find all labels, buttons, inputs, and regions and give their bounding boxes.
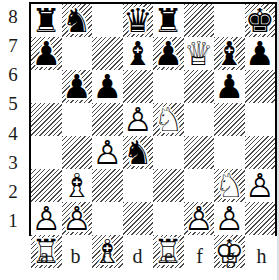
black-rook-icon: ♜	[31, 4, 61, 37]
black-queen-icon: ♛	[123, 4, 153, 37]
white-pawn-icon: ♙	[62, 202, 92, 235]
rank-label-8: 8	[0, 2, 26, 31]
square-b2[interactable]: ♟♙	[62, 202, 93, 235]
square-f2[interactable]: ♟♙	[184, 202, 215, 235]
white-pawn-icon: ♙	[31, 202, 61, 235]
square-b3[interactable]: ♝♗	[62, 169, 93, 202]
black-pawn-icon: ♟	[62, 70, 92, 103]
white-pawn-piece[interactable]: ♟♙	[245, 169, 276, 202]
square-e3[interactable]	[153, 169, 184, 202]
square-c5[interactable]	[92, 103, 123, 136]
black-pawn-piece[interactable]: ♟♟	[214, 70, 245, 103]
square-d7[interactable]: ♝♝	[123, 37, 154, 70]
white-pawn-icon: ♙	[184, 202, 214, 235]
square-b8[interactable]: ♞♞	[62, 4, 93, 37]
square-e7[interactable]: ♟♟	[153, 37, 184, 70]
file-label-e: e	[153, 236, 184, 276]
square-e4[interactable]	[153, 136, 184, 169]
chess-board: ♜♜♞♞♛♛♜♜♚♚♟♟♝♝♟♟♛♕♝♝♟♟♟♟♟♟♟♟♟♙♞♘♟♙♞♞♝♗♞♘…	[29, 2, 277, 236]
rank-label-1: 1	[0, 207, 26, 236]
file-labels: abcdefgh	[29, 236, 277, 276]
square-a4[interactable]	[31, 136, 62, 169]
file-label-d: d	[122, 236, 153, 276]
white-bishop-piece[interactable]: ♝♗	[62, 169, 93, 202]
square-c6[interactable]: ♟♟	[92, 70, 123, 103]
square-e6[interactable]	[153, 70, 184, 103]
black-knight-piece[interactable]: ♞♞	[123, 136, 154, 169]
black-pawn-icon: ♟	[245, 37, 275, 70]
black-pawn-icon: ♟	[153, 37, 183, 70]
white-bishop-icon: ♗	[62, 169, 92, 202]
rank-label-2: 2	[0, 178, 26, 207]
black-pawn-piece[interactable]: ♟♟	[62, 70, 93, 103]
square-h8[interactable]: ♚♚	[245, 4, 276, 37]
black-knight-piece[interactable]: ♞♞	[62, 4, 93, 37]
rank-label-5: 5	[0, 90, 26, 119]
square-b5[interactable]	[62, 103, 93, 136]
black-pawn-icon: ♟	[92, 70, 122, 103]
square-g5[interactable]	[214, 103, 245, 136]
black-bishop-piece[interactable]: ♝♝	[214, 37, 245, 70]
square-a8[interactable]: ♜♜	[31, 4, 62, 37]
white-knight-icon: ♘	[153, 103, 183, 136]
black-knight-icon: ♞	[62, 4, 92, 37]
white-knight-piece[interactable]: ♞♘	[153, 103, 184, 136]
square-b7[interactable]	[62, 37, 93, 70]
square-h7[interactable]: ♟♟	[245, 37, 276, 70]
square-e2[interactable]	[153, 202, 184, 235]
rank-label-7: 7	[0, 31, 26, 60]
black-pawn-icon: ♟	[214, 70, 244, 103]
square-h5[interactable]	[245, 103, 276, 136]
square-c8[interactable]	[92, 4, 123, 37]
black-pawn-piece[interactable]: ♟♟	[245, 37, 276, 70]
square-d6[interactable]	[123, 70, 154, 103]
square-h4[interactable]	[245, 136, 276, 169]
white-pawn-icon: ♙	[245, 169, 275, 202]
black-pawn-piece[interactable]: ♟♟	[92, 70, 123, 103]
black-pawn-piece[interactable]: ♟♟	[153, 37, 184, 70]
white-pawn-piece[interactable]: ♟♙	[92, 136, 123, 169]
black-queen-piece[interactable]: ♛♛	[123, 4, 154, 37]
black-rook-piece[interactable]: ♜♜	[153, 4, 184, 37]
square-c4[interactable]: ♟♙	[92, 136, 123, 169]
square-a3[interactable]	[31, 169, 62, 202]
square-a2[interactable]: ♟♙	[31, 202, 62, 235]
square-f5[interactable]	[184, 103, 215, 136]
square-f3[interactable]	[184, 169, 215, 202]
square-e5[interactable]: ♞♘	[153, 103, 184, 136]
rank-label-3: 3	[0, 148, 26, 177]
white-knight-icon: ♘	[214, 169, 244, 202]
black-rook-piece[interactable]: ♜♜	[31, 4, 62, 37]
square-a7[interactable]: ♟♟	[31, 37, 62, 70]
chess-diagram: 87654321 ♜♜♞♞♛♛♜♜♚♚♟♟♝♝♟♟♛♕♝♝♟♟♟♟♟♟♟♟♟♙♞…	[0, 0, 279, 280]
square-h2[interactable]	[245, 202, 276, 235]
file-label-b: b	[60, 236, 91, 276]
black-king-piece[interactable]: ♚♚	[245, 4, 276, 37]
square-f7[interactable]: ♛♕	[184, 37, 215, 70]
square-d2[interactable]	[123, 202, 154, 235]
square-d8[interactable]: ♛♛	[123, 4, 154, 37]
black-knight-icon: ♞	[123, 136, 153, 169]
square-g8[interactable]	[214, 4, 245, 37]
black-bishop-icon: ♝	[123, 37, 153, 70]
white-pawn-piece[interactable]: ♟♙	[214, 202, 245, 235]
file-label-a: a	[29, 236, 60, 276]
square-d5[interactable]: ♟♙	[123, 103, 154, 136]
black-pawn-piece[interactable]: ♟♟	[31, 37, 62, 70]
black-king-icon: ♚	[245, 4, 275, 37]
square-f4[interactable]	[184, 136, 215, 169]
square-g2[interactable]: ♟♙	[214, 202, 245, 235]
white-pawn-piece[interactable]: ♟♙	[184, 202, 215, 235]
square-c7[interactable]	[92, 37, 123, 70]
white-pawn-icon: ♙	[92, 136, 122, 169]
white-pawn-icon: ♙	[214, 202, 244, 235]
file-label-c: c	[91, 236, 122, 276]
white-queen-icon: ♕	[184, 37, 214, 70]
file-label-g: g	[215, 236, 246, 276]
rank-label-6: 6	[0, 61, 26, 90]
square-c3[interactable]	[92, 169, 123, 202]
white-queen-piece[interactable]: ♛♕	[184, 37, 215, 70]
rank-label-4: 4	[0, 119, 26, 148]
file-label-h: h	[246, 236, 277, 276]
black-bishop-icon: ♝	[214, 37, 244, 70]
square-d3[interactable]	[123, 169, 154, 202]
square-g4[interactable]	[214, 136, 245, 169]
square-a5[interactable]	[31, 103, 62, 136]
file-label-f: f	[184, 236, 215, 276]
square-h6[interactable]	[245, 70, 276, 103]
square-f8[interactable]	[184, 4, 215, 37]
square-b4[interactable]	[62, 136, 93, 169]
white-pawn-icon: ♙	[123, 103, 153, 136]
white-knight-piece[interactable]: ♞♘	[214, 169, 245, 202]
black-pawn-icon: ♟	[31, 37, 61, 70]
square-g6[interactable]: ♟♟	[214, 70, 245, 103]
square-e8[interactable]: ♜♜	[153, 4, 184, 37]
square-h3[interactable]: ♟♙	[245, 169, 276, 202]
rank-labels: 87654321	[0, 2, 26, 236]
square-d4[interactable]: ♞♞	[123, 136, 154, 169]
square-b6[interactable]: ♟♟	[62, 70, 93, 103]
white-pawn-piece[interactable]: ♟♙	[62, 202, 93, 235]
black-rook-icon: ♜	[153, 4, 183, 37]
white-pawn-piece[interactable]: ♟♙	[31, 202, 62, 235]
white-pawn-piece[interactable]: ♟♙	[123, 103, 154, 136]
square-c2[interactable]	[92, 202, 123, 235]
square-g3[interactable]: ♞♘	[214, 169, 245, 202]
square-f6[interactable]	[184, 70, 215, 103]
square-g7[interactable]: ♝♝	[214, 37, 245, 70]
black-bishop-piece[interactable]: ♝♝	[123, 37, 154, 70]
square-a6[interactable]	[31, 70, 62, 103]
